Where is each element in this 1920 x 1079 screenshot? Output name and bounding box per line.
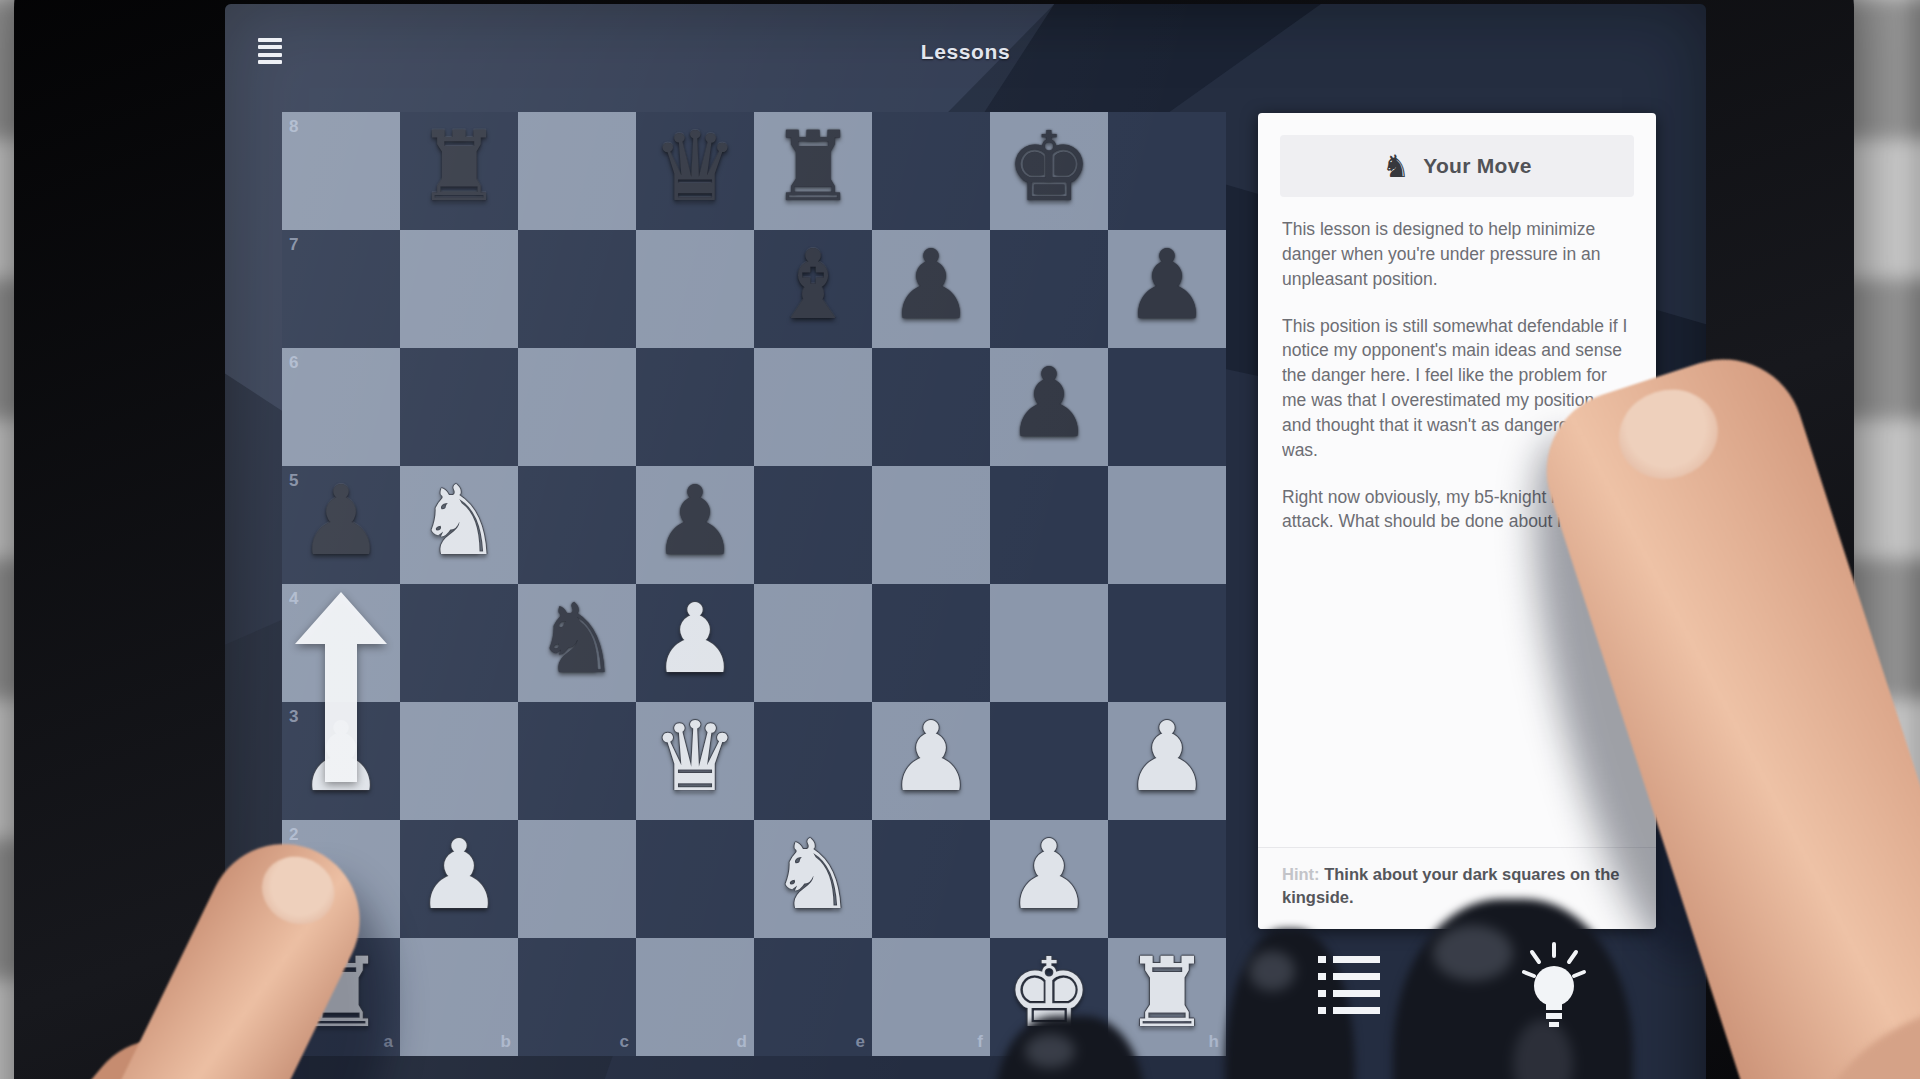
square-h3[interactable]: ♟ <box>1108 702 1226 820</box>
square-a8[interactable]: 8 <box>282 112 400 230</box>
rank-label: 4 <box>289 589 298 609</box>
square-b5[interactable]: ♞ <box>400 466 518 584</box>
square-e1[interactable]: e <box>754 938 872 1056</box>
square-h4[interactable] <box>1108 584 1226 702</box>
square-b2[interactable]: ♟ <box>400 820 518 938</box>
piece-white-pawn[interactable]: ♟ <box>636 584 754 702</box>
square-e7[interactable]: ♝ <box>754 230 872 348</box>
piece-white-knight[interactable]: ♞ <box>400 466 518 584</box>
rank-label: 2 <box>289 825 298 845</box>
hint-text: Think about your dark squares on the kin… <box>1282 865 1619 906</box>
square-b6[interactable] <box>400 348 518 466</box>
square-e3[interactable] <box>754 702 872 820</box>
piece-white-pawn[interactable]: ♟ <box>1108 702 1226 820</box>
your-move-label: Your Move <box>1423 154 1532 178</box>
square-e6[interactable] <box>754 348 872 466</box>
piece-black-bishop[interactable]: ♝ <box>754 230 872 348</box>
square-g5[interactable] <box>990 466 1108 584</box>
lesson-paragraph: This lesson is designed to help minimize… <box>1282 217 1632 292</box>
piece-black-pawn[interactable]: ♟ <box>282 466 400 584</box>
square-g7[interactable] <box>990 230 1108 348</box>
square-h2[interactable] <box>1108 820 1226 938</box>
square-c1[interactable]: c <box>518 938 636 1056</box>
piece-white-pawn[interactable]: ♟ <box>282 702 400 820</box>
square-c3[interactable] <box>518 702 636 820</box>
square-d1[interactable]: d <box>636 938 754 1056</box>
square-d7[interactable] <box>636 230 754 348</box>
square-h7[interactable]: ♟ <box>1108 230 1226 348</box>
square-f1[interactable]: f <box>872 938 990 1056</box>
square-g3[interactable] <box>990 702 1108 820</box>
square-b1[interactable]: b <box>400 938 518 1056</box>
square-g6[interactable]: ♟ <box>990 348 1108 466</box>
square-d4[interactable]: ♟ <box>636 584 754 702</box>
piece-white-pawn[interactable]: ♟ <box>990 820 1108 938</box>
piece-white-pawn[interactable]: ♟ <box>872 702 990 820</box>
square-c8[interactable] <box>518 112 636 230</box>
square-b4[interactable] <box>400 584 518 702</box>
square-a7[interactable]: 7 <box>282 230 400 348</box>
square-d6[interactable] <box>636 348 754 466</box>
square-d8[interactable]: ♛ <box>636 112 754 230</box>
piece-black-pawn[interactable]: ♟ <box>990 348 1108 466</box>
hint-bulb-icon[interactable] <box>1520 942 1588 1034</box>
square-c5[interactable] <box>518 466 636 584</box>
rank-label: 7 <box>289 235 298 255</box>
piece-black-pawn[interactable]: ♟ <box>1108 230 1226 348</box>
piece-black-rook[interactable]: ♜ <box>400 112 518 230</box>
square-b3[interactable] <box>400 702 518 820</box>
square-f5[interactable] <box>872 466 990 584</box>
your-move-banner: ♞ Your Move <box>1280 135 1634 197</box>
square-a4[interactable]: 4 <box>282 584 400 702</box>
square-b8[interactable]: ♜ <box>400 112 518 230</box>
piece-white-rook[interactable]: ♜ <box>1108 938 1226 1056</box>
piece-white-pawn[interactable]: ♟ <box>400 820 518 938</box>
square-e4[interactable] <box>754 584 872 702</box>
square-g8[interactable]: ♚ <box>990 112 1108 230</box>
piece-white-queen[interactable]: ♛ <box>636 702 754 820</box>
hint-label: Hint: <box>1282 865 1320 883</box>
menu-icon[interactable] <box>258 38 282 64</box>
rank-label: 6 <box>289 353 298 373</box>
chess-board: 8♜♛♜♚7♝♟♟6♟5♟♞♟4♞♟3♟♛♟♟2♟♞♟1a♜bcdefg♚h♜ <box>282 112 1226 1056</box>
square-c7[interactable] <box>518 230 636 348</box>
page-title: Lessons <box>921 40 1010 64</box>
square-f3[interactable]: ♟ <box>872 702 990 820</box>
square-h6[interactable] <box>1108 348 1226 466</box>
rank-label: 8 <box>289 117 298 137</box>
file-label: b <box>501 1032 511 1052</box>
square-d5[interactable]: ♟ <box>636 466 754 584</box>
square-g2[interactable]: ♟ <box>990 820 1108 938</box>
square-a3[interactable]: 3♟ <box>282 702 400 820</box>
square-f8[interactable] <box>872 112 990 230</box>
square-f7[interactable]: ♟ <box>872 230 990 348</box>
piece-black-pawn[interactable]: ♟ <box>872 230 990 348</box>
piece-black-pawn[interactable]: ♟ <box>636 466 754 584</box>
piece-black-king[interactable]: ♚ <box>990 112 1108 230</box>
piece-white-knight[interactable]: ♞ <box>754 820 872 938</box>
square-d3[interactable]: ♛ <box>636 702 754 820</box>
file-label: f <box>977 1032 983 1052</box>
square-h1[interactable]: h♜ <box>1108 938 1226 1056</box>
file-label: c <box>620 1032 629 1052</box>
square-f4[interactable] <box>872 584 990 702</box>
tablet-screen: Lessons 8♜♛♜♚7♝♟♟6♟5♟♞♟4♞♟3♟♛♟♟2♟♞♟1a♜bc… <box>225 4 1706 1079</box>
square-h5[interactable] <box>1108 466 1226 584</box>
piece-black-rook[interactable]: ♜ <box>754 112 872 230</box>
square-c4[interactable]: ♞ <box>518 584 636 702</box>
file-label: e <box>856 1032 865 1052</box>
square-h8[interactable] <box>1108 112 1226 230</box>
piece-black-knight[interactable]: ♞ <box>518 584 636 702</box>
square-c6[interactable] <box>518 348 636 466</box>
square-f6[interactable] <box>872 348 990 466</box>
square-a5[interactable]: 5♟ <box>282 466 400 584</box>
square-e5[interactable] <box>754 466 872 584</box>
square-f2[interactable] <box>872 820 990 938</box>
file-label: d <box>737 1032 747 1052</box>
lesson-list-icon[interactable] <box>1318 956 1380 1014</box>
knight-icon: ♞ <box>1382 151 1410 182</box>
square-c2[interactable] <box>518 820 636 938</box>
square-g4[interactable] <box>990 584 1108 702</box>
square-e2[interactable]: ♞ <box>754 820 872 938</box>
square-e8[interactable]: ♜ <box>754 112 872 230</box>
piece-black-queen[interactable]: ♛ <box>636 112 754 230</box>
square-a6[interactable]: 6 <box>282 348 400 466</box>
square-b7[interactable] <box>400 230 518 348</box>
square-d2[interactable] <box>636 820 754 938</box>
